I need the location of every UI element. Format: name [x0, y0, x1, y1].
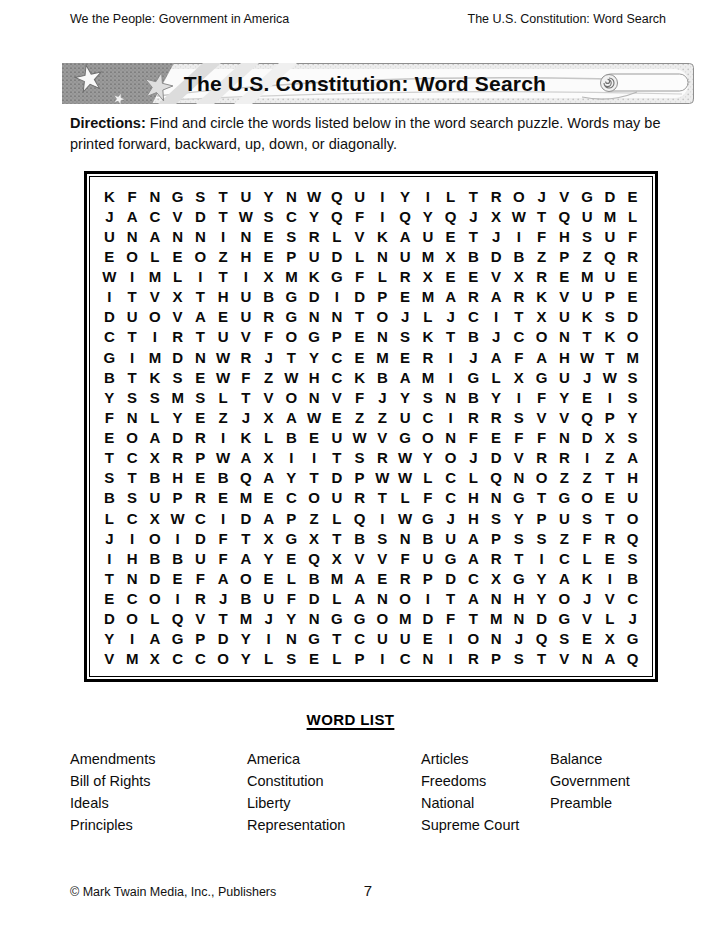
grid-cell: U: [394, 629, 417, 649]
grid-cell: D: [348, 287, 371, 307]
grid-cell: P: [280, 508, 303, 528]
grid-cell: U: [212, 327, 235, 347]
grid-cell: I: [439, 407, 462, 427]
grid-cell: F: [508, 347, 531, 367]
grid-cell: L: [326, 649, 349, 669]
grid-cell: R: [303, 226, 326, 246]
grid-cell: N: [485, 589, 508, 609]
grid-cell: K: [235, 428, 258, 448]
grid-cell: L: [439, 186, 462, 206]
word-list-item: Principles: [70, 814, 247, 836]
grid-cell: N: [303, 609, 326, 629]
grid-cell: S: [508, 649, 531, 669]
grid-cell: E: [371, 568, 394, 588]
grid-cell: B: [303, 568, 326, 588]
grid-cell: Q: [621, 649, 644, 669]
grid-cell: A: [189, 307, 212, 327]
grid-cell: U: [303, 246, 326, 266]
grid-cell: R: [394, 267, 417, 287]
word-list-column: ArticlesFreedomsNationalSupreme Court: [421, 748, 550, 836]
grid-cell: E: [257, 568, 280, 588]
grid-cell: S: [530, 528, 553, 548]
grid-cell: C: [394, 649, 417, 669]
grid-cell: O: [144, 307, 167, 327]
grid-cell: E: [348, 347, 371, 367]
grid-cell: P: [348, 468, 371, 488]
grid-cell: O: [189, 246, 212, 266]
grid-cell: F: [189, 568, 212, 588]
grid-cell: G: [326, 609, 349, 629]
grid-cell: C: [417, 407, 440, 427]
grid-cell: W: [98, 267, 121, 287]
grid-cell: U: [257, 589, 280, 609]
grid-cell: E: [257, 226, 280, 246]
word-search-grid-frame: KFNGSTUYNWQUIYILTROJVGDEJACVDTWSCYQFIQYQ…: [84, 171, 658, 682]
grid-cell: Y: [280, 609, 303, 629]
grid-cell: V: [189, 609, 212, 629]
grid-cell: S: [508, 528, 531, 548]
grid-cell: M: [394, 609, 417, 629]
grid-cell: N: [121, 226, 144, 246]
grid-cell: J: [257, 347, 280, 367]
grid-cell: J: [98, 528, 121, 548]
grid-cell: X: [144, 448, 167, 468]
grid-cell: U: [599, 226, 622, 246]
grid-cell: L: [599, 609, 622, 629]
grid-cell: Y: [485, 387, 508, 407]
grid-cell: O: [417, 428, 440, 448]
grid-cell: I: [371, 206, 394, 226]
worksheet-page: We the People: Government in America The…: [0, 0, 701, 930]
grid-cell: A: [530, 347, 553, 367]
grid-cell: T: [212, 267, 235, 287]
grid-cell: F: [417, 488, 440, 508]
grid-cell: D: [417, 609, 440, 629]
grid-cell: X: [599, 428, 622, 448]
word-list-item: Preamble: [550, 792, 655, 814]
grid-cell: A: [485, 287, 508, 307]
grid-cell: V: [348, 548, 371, 568]
grid-cell: Y: [530, 568, 553, 588]
grid-cell: U: [417, 548, 440, 568]
grid-cell: C: [189, 508, 212, 528]
grid-cell: X: [303, 528, 326, 548]
grid-cell: R: [417, 347, 440, 367]
grid-cell: F: [576, 528, 599, 548]
grid-cell: I: [439, 649, 462, 669]
grid-cell: J: [508, 629, 531, 649]
grid-cell: T: [599, 508, 622, 528]
grid-cell: D: [326, 246, 349, 266]
grid-cell: G: [166, 629, 189, 649]
grid-cell: W: [394, 468, 417, 488]
grid-cell: D: [235, 508, 258, 528]
grid-cell: C: [462, 307, 485, 327]
grid-cell: K: [599, 327, 622, 347]
grid-cell: S: [348, 448, 371, 468]
grid-cell: C: [189, 649, 212, 669]
grid-cell: V: [166, 307, 189, 327]
grid-cell: S: [144, 387, 167, 407]
grid-cell: C: [326, 347, 349, 367]
grid-cell: S: [394, 327, 417, 347]
grid-cell: E: [98, 246, 121, 266]
grid-cell: I: [144, 327, 167, 347]
grid-cell: W: [508, 206, 531, 226]
grid-cell: T: [348, 307, 371, 327]
grid-cell: X: [485, 206, 508, 226]
grid-cell: F: [257, 327, 280, 347]
grid-cell: T: [439, 327, 462, 347]
grid-cell: Z: [576, 468, 599, 488]
grid-cell: V: [348, 226, 371, 246]
grid-cell: T: [326, 629, 349, 649]
grid-cell: L: [417, 468, 440, 488]
grid-cell: I: [212, 428, 235, 448]
grid-cell: Q: [303, 548, 326, 568]
grid-cell: S: [189, 387, 212, 407]
grid-cell: M: [235, 609, 258, 629]
grid-cell: M: [144, 267, 167, 287]
grid-cell: R: [599, 528, 622, 548]
grid-cell: I: [576, 448, 599, 468]
grid-cell: U: [439, 528, 462, 548]
word-list-columns: AmendmentsBill of RightsIdealsPrinciples…: [70, 748, 655, 836]
grid-cell: I: [485, 307, 508, 327]
grid-cell: K: [417, 327, 440, 347]
grid-cell: T: [189, 327, 212, 347]
grid-cell: B: [417, 528, 440, 548]
grid-cell: Y: [257, 186, 280, 206]
grid-cell: I: [212, 508, 235, 528]
grid-cell: M: [121, 649, 144, 669]
grid-cell: N: [417, 649, 440, 669]
grid-cell: E: [621, 186, 644, 206]
grid-cell: F: [530, 428, 553, 448]
grid-cell: E: [166, 568, 189, 588]
grid-cell: V: [599, 589, 622, 609]
title-banner: The U.S. Constitution: Word Search: [62, 63, 694, 104]
grid-cell: M: [166, 387, 189, 407]
grid-cell: Z: [212, 407, 235, 427]
grid-cell: C: [121, 448, 144, 468]
grid-cell: X: [326, 548, 349, 568]
grid-cell: X: [144, 649, 167, 669]
word-list-column: BalanceGovernmentPreamble: [550, 748, 655, 836]
grid-cell: R: [530, 267, 553, 287]
grid-cell: U: [394, 246, 417, 266]
grid-cell: T: [508, 307, 531, 327]
grid-cell: T: [189, 287, 212, 307]
grid-cell: E: [394, 287, 417, 307]
grid-cell: N: [371, 327, 394, 347]
grid-cell: R: [485, 186, 508, 206]
grid-cell: Y: [235, 629, 258, 649]
grid-cell: M: [280, 267, 303, 287]
grid-cell: F: [212, 548, 235, 568]
grid-cell: V: [530, 407, 553, 427]
grid-cell: A: [348, 589, 371, 609]
grid-cell: X: [257, 528, 280, 548]
grid-cell: E: [621, 267, 644, 287]
grid-cell: Y: [303, 347, 326, 367]
grid-cell: N: [144, 186, 167, 206]
grid-cell: J: [462, 206, 485, 226]
grid-cell: C: [621, 589, 644, 609]
grid-cell: J: [235, 407, 258, 427]
grid-cell: H: [235, 246, 258, 266]
grid-cell: T: [98, 448, 121, 468]
grid-cell: N: [303, 307, 326, 327]
grid-cell: N: [394, 528, 417, 548]
grid-cell: L: [576, 548, 599, 568]
grid-cell: D: [189, 528, 212, 548]
grid-cell: N: [189, 226, 212, 246]
grid-cell: G: [280, 307, 303, 327]
grid-cell: R: [348, 488, 371, 508]
grid-cell: F: [462, 428, 485, 448]
grid-cell: V: [371, 428, 394, 448]
grid-cell: D: [303, 287, 326, 307]
grid-cell: V: [553, 287, 576, 307]
word-list-column: AmendmentsBill of RightsIdealsPrinciples: [70, 748, 247, 836]
grid-cell: C: [439, 488, 462, 508]
grid-cell: A: [235, 548, 258, 568]
grid-cell: O: [394, 589, 417, 609]
word-list-item: Freedoms: [421, 770, 550, 792]
grid-cell: Z: [553, 468, 576, 488]
grid-cell: N: [371, 246, 394, 266]
grid-cell: Q: [621, 528, 644, 548]
grid-cell: D: [98, 307, 121, 327]
grid-cell: U: [576, 206, 599, 226]
grid-cell: M: [417, 246, 440, 266]
grid-cell: H: [303, 367, 326, 387]
grid-cell: D: [326, 468, 349, 488]
grid-cell: D: [212, 629, 235, 649]
grid-cell: Y: [417, 206, 440, 226]
grid-cell: L: [98, 508, 121, 528]
grid-cell: H: [508, 589, 531, 609]
grid-cell: C: [166, 649, 189, 669]
grid-cell: Y: [98, 629, 121, 649]
word-list-item: Balance: [550, 748, 655, 770]
grid-cell: R: [189, 589, 212, 609]
grid-cell: P: [530, 508, 553, 528]
grid-cell: M: [144, 347, 167, 367]
grid-cell: U: [326, 488, 349, 508]
grid-cell: Q: [599, 246, 622, 266]
grid-cell: C: [326, 367, 349, 387]
grid-cell: D: [144, 568, 167, 588]
grid-cell: B: [98, 488, 121, 508]
grid-cell: B: [212, 468, 235, 488]
grid-cell: P: [189, 448, 212, 468]
grid-cell: C: [348, 629, 371, 649]
grid-cell: E: [189, 468, 212, 488]
grid-cell: E: [348, 327, 371, 347]
grid-cell: O: [462, 629, 485, 649]
word-list-item: Supreme Court: [421, 814, 550, 836]
grid-cell: S: [280, 649, 303, 669]
grid-cell: K: [348, 367, 371, 387]
grid-cell: N: [235, 226, 258, 246]
grid-cell: M: [235, 488, 258, 508]
word-list-item: Bill of Rights: [70, 770, 247, 792]
grid-cell: S: [121, 488, 144, 508]
grid-cell: F: [212, 528, 235, 548]
grid-cell: F: [530, 226, 553, 246]
grid-cell: I: [166, 589, 189, 609]
grid-cell: X: [166, 287, 189, 307]
grid-cell: B: [462, 246, 485, 266]
grid-cell: E: [553, 267, 576, 287]
grid-cell: E: [189, 407, 212, 427]
grid-cell: A: [235, 448, 258, 468]
grid-cell: O: [530, 327, 553, 347]
grid-cell: D: [166, 428, 189, 448]
grid-cell: A: [280, 407, 303, 427]
grid-cell: M: [371, 347, 394, 367]
grid-cell: K: [530, 287, 553, 307]
grid-cell: R: [235, 347, 258, 367]
grid-cell: I: [439, 367, 462, 387]
grid-cell: T: [235, 387, 258, 407]
grid-cell: V: [553, 649, 576, 669]
grid-cell: V: [98, 649, 121, 669]
grid-cell: A: [553, 568, 576, 588]
grid-cell: F: [394, 548, 417, 568]
grid-cell: D: [599, 186, 622, 206]
grid-cell: B: [144, 468, 167, 488]
grid-cell: E: [439, 267, 462, 287]
grid-cell: S: [257, 206, 280, 226]
grid-cell: N: [485, 488, 508, 508]
grid-cell: F: [280, 589, 303, 609]
grid-cell: G: [303, 327, 326, 347]
grid-cell: B: [462, 327, 485, 347]
grid-cell: R: [394, 568, 417, 588]
grid-cell: T: [530, 206, 553, 226]
grid-cell: S: [621, 387, 644, 407]
page-number: 7: [0, 882, 701, 899]
grid-cell: G: [348, 609, 371, 629]
grid-cell: B: [235, 589, 258, 609]
grid-cell: Z: [371, 407, 394, 427]
grid-cell: I: [508, 226, 531, 246]
grid-cell: U: [576, 287, 599, 307]
grid-cell: J: [462, 448, 485, 468]
grid-cell: E: [212, 488, 235, 508]
grid-cell: I: [371, 649, 394, 669]
grid-cell: S: [121, 387, 144, 407]
grid-cell: B: [462, 387, 485, 407]
grid-cell: J: [439, 307, 462, 327]
grid-cell: E: [599, 548, 622, 568]
grid-cell: R: [621, 246, 644, 266]
grid-cell: E: [621, 287, 644, 307]
grid-cell: W: [212, 448, 235, 468]
grid-cell: T: [98, 568, 121, 588]
grid-cell: X: [257, 448, 280, 468]
grid-cell: N: [121, 407, 144, 427]
grid-cell: E: [98, 428, 121, 448]
grid-cell: G: [553, 488, 576, 508]
grid-cell: A: [394, 226, 417, 246]
grid-cell: E: [485, 428, 508, 448]
grid-cell: W: [212, 367, 235, 387]
grid-cell: C: [280, 488, 303, 508]
grid-cell: O: [235, 568, 258, 588]
grid-cell: I: [280, 448, 303, 468]
grid-cell: Z: [553, 528, 576, 548]
grid-cell: K: [576, 307, 599, 327]
grid-cell: T: [508, 548, 531, 568]
grid-cell: D: [166, 347, 189, 367]
grid-cell: V: [553, 407, 576, 427]
grid-cell: F: [121, 186, 144, 206]
grid-cell: L: [394, 488, 417, 508]
grid-cell: M: [417, 287, 440, 307]
grid-cell: I: [417, 589, 440, 609]
grid-cell: O: [121, 246, 144, 266]
grid-cell: N: [576, 649, 599, 669]
grid-cell: O: [144, 528, 167, 548]
grid-cell: S: [599, 307, 622, 327]
grid-cell: J: [576, 367, 599, 387]
grid-cell: I: [599, 568, 622, 588]
grid-cell: A: [439, 287, 462, 307]
grid-cell: W: [599, 367, 622, 387]
grid-cell: I: [371, 186, 394, 206]
grid-cell: I: [98, 548, 121, 568]
grid-cell: S: [166, 367, 189, 387]
grid-cell: S: [621, 428, 644, 448]
grid-cell: A: [212, 568, 235, 588]
page-title: The U.S. Constitution: Word Search: [62, 71, 668, 95]
grid-cell: B: [257, 287, 280, 307]
directions-text: Directions: Find and circle the words li…: [70, 113, 674, 155]
grid-cell: U: [621, 488, 644, 508]
grid-cell: T: [462, 226, 485, 246]
grid-cell: G: [508, 568, 531, 588]
grid-cell: M: [621, 347, 644, 367]
grid-cell: W: [394, 508, 417, 528]
grid-cell: P: [166, 488, 189, 508]
grid-cell: R: [166, 448, 189, 468]
grid-cell: U: [189, 548, 212, 568]
grid-cell: C: [553, 548, 576, 568]
grid-cell: T: [121, 367, 144, 387]
grid-cell: E: [599, 488, 622, 508]
grid-cell: N: [303, 387, 326, 407]
grid-cell: C: [280, 206, 303, 226]
grid-cell: G: [462, 367, 485, 387]
grid-cell: P: [189, 629, 212, 649]
grid-cell: T: [599, 468, 622, 488]
grid-cell: V: [235, 327, 258, 347]
grid-cell: C: [462, 568, 485, 588]
grid-cell: K: [371, 226, 394, 246]
grid-cell: S: [98, 468, 121, 488]
grid-cell: I: [121, 528, 144, 548]
grid-cell: I: [235, 267, 258, 287]
grid-cell: R: [166, 327, 189, 347]
grid-cell: G: [166, 186, 189, 206]
grid-cell: I: [257, 629, 280, 649]
grid-cell: B: [98, 367, 121, 387]
grid-cell: H: [462, 508, 485, 528]
